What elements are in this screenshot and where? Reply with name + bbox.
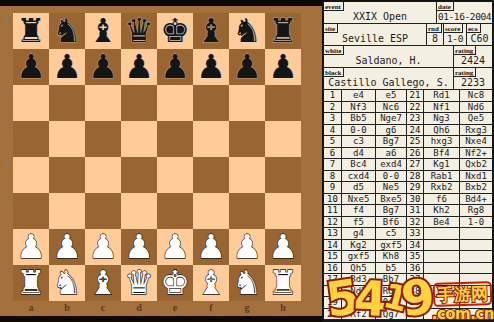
black-player-name: Castillo Gallego, S. bbox=[324, 76, 453, 89]
move-number: 19 bbox=[324, 297, 341, 309]
square-f5[interactable] bbox=[193, 121, 229, 157]
move-number: 26 bbox=[406, 148, 423, 160]
square-f1[interactable]: ♝ bbox=[193, 265, 229, 301]
move-number: 15 bbox=[324, 251, 341, 263]
move-number: 40 bbox=[406, 309, 423, 321]
square-g6[interactable] bbox=[229, 85, 265, 121]
round-value: 8 bbox=[427, 32, 443, 45]
square-e3[interactable] bbox=[157, 193, 193, 229]
white-pawn-piece[interactable]: ♟ bbox=[268, 229, 298, 265]
square-h1[interactable]: ♜ bbox=[265, 265, 301, 301]
move-cell[interactable]: Qf8 bbox=[375, 297, 406, 309]
move-number: 32 bbox=[406, 217, 423, 229]
white-player-name: Saldano, H. bbox=[324, 54, 453, 67]
move-cell[interactable] bbox=[423, 274, 459, 286]
rank-label-6: 6 bbox=[0, 85, 13, 121]
square-g4[interactable] bbox=[229, 157, 265, 193]
move-cell[interactable]: a4 bbox=[341, 297, 375, 309]
square-d8[interactable]: ♛ bbox=[121, 13, 157, 49]
black-knight-piece[interactable]: ♞ bbox=[232, 13, 262, 49]
header-row-white: white Saldano, H. rating 2424 bbox=[324, 46, 492, 68]
move-cell[interactable]: Rxg3 bbox=[459, 125, 492, 137]
file-labels: abcdefgh bbox=[13, 302, 301, 315]
rank-label-4: 4 bbox=[0, 157, 13, 193]
square-b7[interactable]: ♟ bbox=[49, 49, 85, 85]
move-cell[interactable] bbox=[459, 286, 492, 298]
move-cell[interactable] bbox=[423, 240, 459, 252]
move-cell[interactable]: Qxb2 bbox=[459, 159, 492, 171]
square-e5[interactable] bbox=[157, 121, 193, 157]
move-cell[interactable]: Qh6 bbox=[423, 125, 459, 137]
move-cell[interactable]: Nf3 bbox=[341, 102, 375, 114]
move-cell[interactable]: Nge7 bbox=[375, 113, 406, 125]
white-pawn-piece[interactable]: ♟ bbox=[160, 229, 190, 265]
move-cell[interactable]: 1-0 bbox=[459, 217, 492, 229]
site-cell: site Seville ESP bbox=[324, 24, 426, 45]
move-number: 22 bbox=[406, 102, 423, 114]
move-cell[interactable] bbox=[459, 309, 492, 321]
move-number: 5 bbox=[324, 136, 341, 148]
event-cell: event XXIX Open bbox=[324, 2, 436, 23]
square-a5[interactable] bbox=[13, 121, 49, 157]
move-number: 29 bbox=[406, 182, 423, 194]
move-cell[interactable]: Ng3 bbox=[423, 113, 459, 125]
square-c2[interactable]: ♟ bbox=[85, 229, 121, 265]
rank-label-1: 1 bbox=[0, 265, 13, 301]
square-b1[interactable]: ♞ bbox=[49, 265, 85, 301]
move-cell[interactable]: Kg1 bbox=[423, 159, 459, 171]
square-d3[interactable] bbox=[121, 193, 157, 229]
move-cell[interactable]: gxf5 bbox=[375, 240, 406, 252]
move-number: 16 bbox=[324, 263, 341, 275]
move-number: 3 bbox=[324, 113, 341, 125]
square-h8[interactable]: ♜ bbox=[265, 13, 301, 49]
file-label-c: c bbox=[85, 302, 121, 315]
move-number: 11 bbox=[324, 205, 341, 217]
square-d6[interactable] bbox=[121, 85, 157, 121]
move-cell[interactable]: d4 bbox=[341, 148, 375, 160]
white-pawn-piece[interactable]: ♟ bbox=[52, 229, 82, 265]
file-label-b: b bbox=[49, 302, 85, 315]
move-cell[interactable]: Nxe5 bbox=[341, 194, 375, 206]
square-e2[interactable]: ♟ bbox=[157, 229, 193, 265]
white-bishop-piece[interactable]: ♝ bbox=[88, 265, 118, 301]
move-number: 14 bbox=[324, 240, 341, 252]
white-bishop-piece[interactable]: ♝ bbox=[196, 265, 226, 301]
square-f3[interactable] bbox=[193, 193, 229, 229]
white-player-cell: white Saldano, H. bbox=[324, 46, 453, 67]
square-d1[interactable]: ♛ bbox=[121, 265, 157, 301]
file-label-d: d bbox=[121, 302, 157, 315]
square-d5[interactable] bbox=[121, 121, 157, 157]
square-c8[interactable]: ♝ bbox=[85, 13, 121, 49]
square-b4[interactable] bbox=[49, 157, 85, 193]
move-number: 28 bbox=[406, 171, 423, 183]
move-number: 18 bbox=[324, 286, 341, 298]
square-g2[interactable]: ♟ bbox=[229, 229, 265, 265]
move-cell[interactable]: Nc8 bbox=[459, 90, 492, 102]
move-cell[interactable]: Nd6 bbox=[459, 102, 492, 114]
move-number: 12 bbox=[324, 217, 341, 229]
file-label-h: h bbox=[265, 302, 301, 315]
move-cell[interactable]: Kh2 bbox=[423, 205, 459, 217]
move-cell[interactable]: Kg2 bbox=[341, 240, 375, 252]
move-number: 38 bbox=[406, 286, 423, 298]
move-cell[interactable]: Bg7 bbox=[375, 136, 406, 148]
move-cell[interactable]: c5 bbox=[375, 228, 406, 240]
white-rook-piece[interactable]: ♜ bbox=[16, 265, 46, 301]
move-cell[interactable]: Rd1 bbox=[423, 90, 459, 102]
rank-labels: 87654321 bbox=[0, 13, 13, 301]
move-cell[interactable]: Nf1 bbox=[423, 102, 459, 114]
black-king-piece[interactable]: ♚ bbox=[160, 13, 190, 49]
move-cell[interactable]: Bb7 bbox=[375, 274, 406, 286]
move-cell[interactable]: Ne5 bbox=[375, 182, 406, 194]
move-cell[interactable]: a6 bbox=[375, 148, 406, 160]
black-pawn-piece[interactable]: ♟ bbox=[160, 49, 190, 85]
move-cell[interactable]: Qg7 bbox=[375, 309, 406, 321]
square-d2[interactable]: ♟ bbox=[121, 229, 157, 265]
move-cell[interactable]: c3 bbox=[341, 136, 375, 148]
move-cell[interactable] bbox=[459, 297, 492, 309]
black-pawn-piece[interactable]: ♟ bbox=[52, 49, 82, 85]
move-number: 35 bbox=[406, 251, 423, 263]
move-cell[interactable]: Be4 bbox=[423, 217, 459, 229]
move-cell[interactable]: Rg8 bbox=[459, 205, 492, 217]
move-cell[interactable]: Rxb2 bbox=[423, 182, 459, 194]
move-cell[interactable]: Nc6 bbox=[375, 102, 406, 114]
square-h6[interactable] bbox=[265, 85, 301, 121]
black-rating-cell: rating 2233 bbox=[453, 68, 492, 89]
white-rating-cell: rating 2424 bbox=[453, 46, 492, 67]
move-cell[interactable]: e5 bbox=[375, 90, 406, 102]
square-b5[interactable] bbox=[49, 121, 85, 157]
file-label-e: e bbox=[157, 302, 193, 315]
black-pawn-piece[interactable]: ♟ bbox=[88, 49, 118, 85]
square-b8[interactable]: ♞ bbox=[49, 13, 85, 49]
move-number: 7 bbox=[324, 159, 341, 171]
move-cell[interactable]: d5 bbox=[341, 182, 375, 194]
move-cell[interactable] bbox=[459, 251, 492, 263]
move-cell[interactable]: Qe5 bbox=[459, 113, 492, 125]
move-cell[interactable]: Bg7 bbox=[375, 205, 406, 217]
black-player-cell: black Castillo Gallego, S. bbox=[324, 68, 453, 89]
black-bishop-piece[interactable]: ♝ bbox=[196, 13, 226, 49]
square-a2[interactable]: ♟ bbox=[13, 229, 49, 265]
square-c5[interactable] bbox=[85, 121, 121, 157]
square-f6[interactable] bbox=[193, 85, 229, 121]
square-a7[interactable]: ♟ bbox=[13, 49, 49, 85]
move-number: 30 bbox=[406, 194, 423, 206]
square-a3[interactable] bbox=[13, 193, 49, 229]
file-label-g: g bbox=[229, 302, 265, 315]
move-cell[interactable] bbox=[459, 274, 492, 286]
date-value: 01-16-2004 bbox=[437, 10, 492, 23]
move-number: 21 bbox=[406, 90, 423, 102]
move-number: 39 bbox=[406, 297, 423, 309]
header-row-site: site Seville ESP rnd 8 score 1-0 eco C60 bbox=[324, 24, 492, 46]
event-value: XXIX Open bbox=[324, 10, 436, 23]
square-g7[interactable]: ♟ bbox=[229, 49, 265, 85]
move-cell[interactable] bbox=[423, 251, 459, 263]
move-list: 1e4e521Rd1Nc82Nf3Nc622Nf1Nd63Bb5Nge723Ng… bbox=[324, 90, 492, 320]
square-h2[interactable]: ♟ bbox=[265, 229, 301, 265]
header-row-black: black Castillo Gallego, S. rating 2233 bbox=[324, 68, 492, 90]
rank-label-8: 8 bbox=[0, 13, 13, 49]
square-h4[interactable] bbox=[265, 157, 301, 193]
square-d4[interactable] bbox=[121, 157, 157, 193]
score-value: 1-0 bbox=[444, 32, 466, 45]
square-b2[interactable]: ♟ bbox=[49, 229, 85, 265]
move-cell[interactable]: Bf6 bbox=[375, 217, 406, 229]
black-bishop-piece[interactable]: ♝ bbox=[88, 13, 118, 49]
game-info-panel: event XXIX Open date 01-16-2004 site Sev… bbox=[322, 0, 494, 322]
square-e6[interactable] bbox=[157, 85, 193, 121]
move-number: 27 bbox=[406, 159, 423, 171]
white-knight-piece[interactable]: ♞ bbox=[232, 265, 262, 301]
move-number: 24 bbox=[406, 125, 423, 137]
move-cell[interactable]: cxd4 bbox=[341, 171, 375, 183]
move-cell[interactable]: gxf5 bbox=[341, 251, 375, 263]
black-rook-piece[interactable]: ♜ bbox=[268, 13, 298, 49]
move-number: 20 bbox=[324, 309, 341, 321]
move-cell[interactable] bbox=[423, 309, 459, 321]
chess-database-window: 87654321 ♜♞♝♛♚♝♞♜♟♟♟♟♟♟♟♟♟♟♟♟♟♟♟♟♜♞♝♛♚♝♞… bbox=[0, 0, 494, 322]
move-cell[interactable]: Bd3 bbox=[341, 274, 375, 286]
square-b3[interactable] bbox=[49, 193, 85, 229]
square-h3[interactable] bbox=[265, 193, 301, 229]
move-cell[interactable]: Nd2 bbox=[341, 286, 375, 298]
date-cell: date 01-16-2004 bbox=[436, 2, 492, 23]
move-cell[interactable] bbox=[423, 286, 459, 298]
move-cell[interactable]: Bxb2 bbox=[459, 182, 492, 194]
square-a8[interactable]: ♜ bbox=[13, 13, 49, 49]
move-cell[interactable]: Nxd1 bbox=[459, 171, 492, 183]
move-cell[interactable]: Kh8 bbox=[375, 251, 406, 263]
square-h7[interactable]: ♟ bbox=[265, 49, 301, 85]
move-cell[interactable]: Rab1 bbox=[423, 171, 459, 183]
board-area: 87654321 ♜♞♝♛♚♝♞♜♟♟♟♟♟♟♟♟♟♟♟♟♟♟♟♟♜♞♝♛♚♝♞… bbox=[0, 6, 322, 316]
move-cell[interactable] bbox=[423, 228, 459, 240]
move-number: 9 bbox=[324, 182, 341, 194]
move-cell[interactable]: Rg8 bbox=[375, 286, 406, 298]
rank-label-3: 3 bbox=[0, 193, 13, 229]
score-cell: score 1-0 bbox=[443, 24, 466, 45]
file-label-f: f bbox=[193, 302, 229, 315]
white-queen-piece[interactable]: ♛ bbox=[124, 265, 154, 301]
white-pawn-piece[interactable]: ♟ bbox=[88, 229, 118, 265]
square-c3[interactable] bbox=[85, 193, 121, 229]
square-e4[interactable] bbox=[157, 157, 193, 193]
move-number: 17 bbox=[324, 274, 341, 286]
white-rating-value: 2424 bbox=[454, 54, 492, 67]
square-c1[interactable]: ♝ bbox=[85, 265, 121, 301]
move-number: 37 bbox=[406, 274, 423, 286]
white-pawn-piece[interactable]: ♟ bbox=[124, 229, 154, 265]
white-pawn-piece[interactable]: ♟ bbox=[232, 229, 262, 265]
square-g3[interactable] bbox=[229, 193, 265, 229]
move-number: 8 bbox=[324, 171, 341, 183]
move-number: 4 bbox=[324, 125, 341, 137]
black-pawn-piece[interactable]: ♟ bbox=[124, 49, 154, 85]
move-cell[interactable] bbox=[423, 297, 459, 309]
move-cell[interactable]: f4 bbox=[341, 205, 375, 217]
white-knight-piece[interactable]: ♞ bbox=[52, 265, 82, 301]
square-c6[interactable] bbox=[85, 85, 121, 121]
move-cell[interactable] bbox=[459, 263, 492, 275]
move-cell[interactable]: g6 bbox=[375, 125, 406, 137]
black-knight-piece[interactable]: ♞ bbox=[52, 13, 82, 49]
black-pawn-piece[interactable]: ♟ bbox=[268, 49, 298, 85]
move-cell[interactable]: 0-0 bbox=[375, 171, 406, 183]
move-number: 2 bbox=[324, 102, 341, 114]
square-c4[interactable] bbox=[85, 157, 121, 193]
move-cell[interactable]: Nxe4 bbox=[459, 136, 492, 148]
move-cell[interactable]: b5 bbox=[375, 263, 406, 275]
square-d7[interactable]: ♟ bbox=[121, 49, 157, 85]
move-cell[interactable]: exd4 bbox=[375, 159, 406, 171]
white-king-piece[interactable]: ♚ bbox=[160, 265, 190, 301]
square-f2[interactable]: ♟ bbox=[193, 229, 229, 265]
eco-cell: eco C60 bbox=[466, 24, 492, 45]
white-pawn-piece[interactable]: ♟ bbox=[16, 229, 46, 265]
move-number: 25 bbox=[406, 136, 423, 148]
move-number: 23 bbox=[406, 113, 423, 125]
move-cell[interactable]: Bxe5 bbox=[375, 194, 406, 206]
square-g1[interactable]: ♞ bbox=[229, 265, 265, 301]
move-number: 6 bbox=[324, 148, 341, 160]
square-f7[interactable]: ♟ bbox=[193, 49, 229, 85]
black-rook-piece[interactable]: ♜ bbox=[16, 13, 46, 49]
header-row-event: event XXIX Open date 01-16-2004 bbox=[324, 2, 492, 24]
move-cell[interactable]: Bd4+ bbox=[459, 194, 492, 206]
move-number: 34 bbox=[406, 240, 423, 252]
move-number: 13 bbox=[324, 228, 341, 240]
round-cell: rnd 8 bbox=[426, 24, 443, 45]
square-a6[interactable] bbox=[13, 85, 49, 121]
black-pawn-piece[interactable]: ♟ bbox=[196, 49, 226, 85]
file-label-a: a bbox=[13, 302, 49, 315]
rank-label-2: 2 bbox=[0, 229, 13, 265]
square-e8[interactable]: ♚ bbox=[157, 13, 193, 49]
chess-board: ♜♞♝♛♚♝♞♜♟♟♟♟♟♟♟♟♟♟♟♟♟♟♟♟♜♞♝♛♚♝♞♜ bbox=[13, 13, 301, 301]
square-b6[interactable] bbox=[49, 85, 85, 121]
move-cell[interactable] bbox=[459, 228, 492, 240]
move-cell[interactable]: g4 bbox=[341, 228, 375, 240]
square-g5[interactable] bbox=[229, 121, 265, 157]
move-cell[interactable]: Nf2+ bbox=[459, 148, 492, 160]
move-cell[interactable] bbox=[423, 263, 459, 275]
black-queen-piece[interactable]: ♛ bbox=[124, 13, 154, 49]
move-cell[interactable]: 0-0 bbox=[341, 125, 375, 137]
square-g8[interactable]: ♞ bbox=[229, 13, 265, 49]
rank-label-5: 5 bbox=[0, 121, 13, 157]
move-number: 10 bbox=[324, 194, 341, 206]
move-cell[interactable]: f5 bbox=[341, 217, 375, 229]
square-a4[interactable] bbox=[13, 157, 49, 193]
square-a1[interactable]: ♜ bbox=[13, 265, 49, 301]
move-cell[interactable]: Rf2 bbox=[341, 309, 375, 321]
black-rating-value: 2233 bbox=[454, 76, 492, 89]
white-rook-piece[interactable]: ♜ bbox=[268, 265, 298, 301]
square-e1[interactable]: ♚ bbox=[157, 265, 193, 301]
white-pawn-piece[interactable]: ♟ bbox=[196, 229, 226, 265]
move-number: 36 bbox=[406, 263, 423, 275]
move-cell[interactable]: Qh5 bbox=[341, 263, 375, 275]
square-f4[interactable] bbox=[193, 157, 229, 193]
rank-label-7: 7 bbox=[0, 49, 13, 85]
square-h5[interactable] bbox=[265, 121, 301, 157]
square-c7[interactable]: ♟ bbox=[85, 49, 121, 85]
move-cell[interactable]: f6 bbox=[423, 194, 459, 206]
black-pawn-piece[interactable]: ♟ bbox=[232, 49, 262, 85]
move-cell[interactable]: Bf4 bbox=[423, 148, 459, 160]
move-cell[interactable]: Bc4 bbox=[341, 159, 375, 171]
black-pawn-piece[interactable]: ♟ bbox=[16, 49, 46, 85]
move-cell[interactable]: Bb5 bbox=[341, 113, 375, 125]
move-cell[interactable]: hxg3 bbox=[423, 136, 459, 148]
square-e7[interactable]: ♟ bbox=[157, 49, 193, 85]
move-cell[interactable] bbox=[459, 240, 492, 252]
move-number: 1 bbox=[324, 90, 341, 102]
site-value: Seville ESP bbox=[324, 32, 426, 45]
move-cell[interactable]: e4 bbox=[341, 90, 375, 102]
move-number: 33 bbox=[406, 228, 423, 240]
square-f8[interactable]: ♝ bbox=[193, 13, 229, 49]
eco-value: C60 bbox=[467, 32, 492, 45]
move-number: 31 bbox=[406, 205, 423, 217]
